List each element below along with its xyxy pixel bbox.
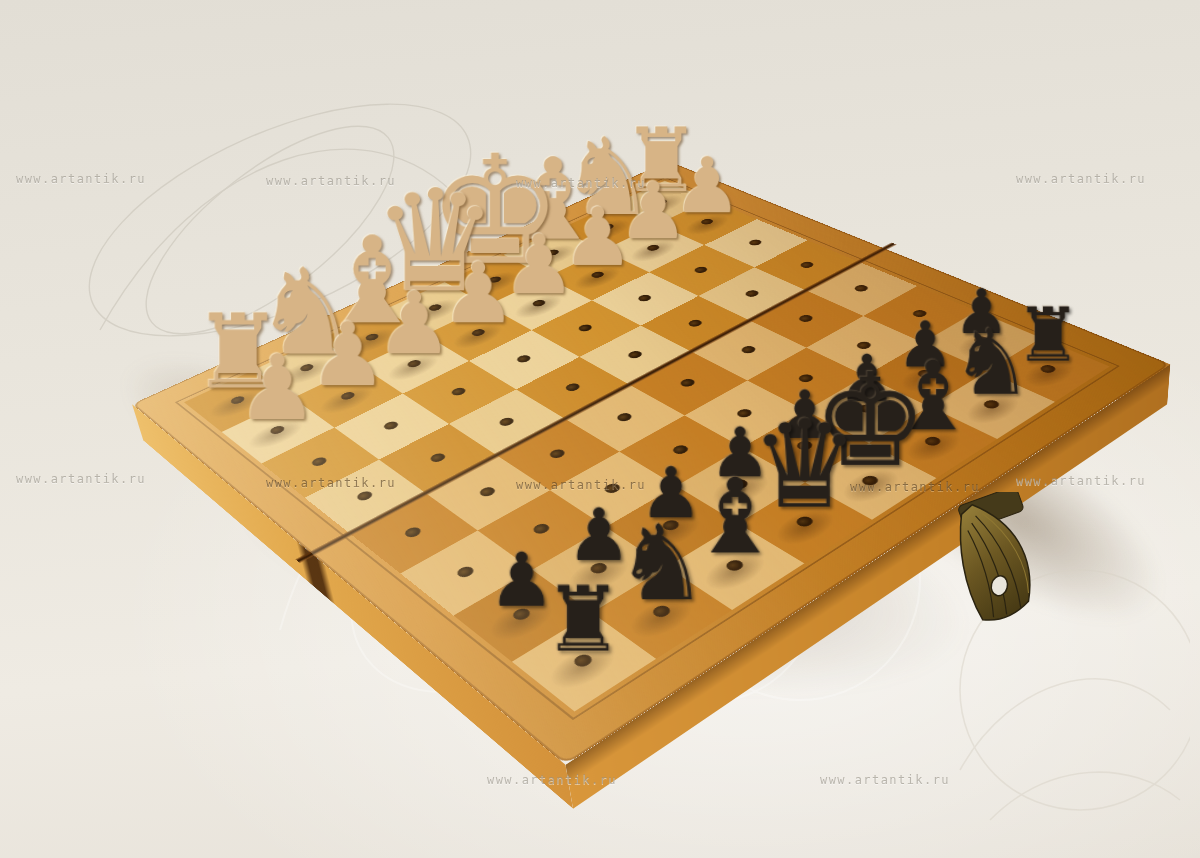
frame-incised-line [175,177,1120,720]
watermark-url: www.artantik.ru [16,472,146,486]
watermark-url: www.artantik.ru [16,172,146,186]
watermark-url: www.artantik.ru [820,773,950,787]
board-top-surface: ♜♞♝♛♚♝♞♜♟♟♟♟♟♟♟♟♟♟♟♟♟♟♟♟♜♞♝♛♚♝♞♜ [132,161,1170,765]
watermark-swirl-icon [930,540,1190,840]
chess-board: ♜♞♝♛♚♝♞♜♟♟♟♟♟♟♟♟♟♟♟♟♟♟♟♟♜♞♝♛♚♝♞♜ [132,161,1170,765]
white-rook: ♜ [570,0,753,202]
watermark-url: www.artantik.ru [266,174,396,188]
watermark-url: www.artantik.ru [1016,172,1146,186]
photo-scene: ♜♞♝♛♚♝♞♜♟♟♟♟♟♟♟♟♟♟♟♟♟♟♟♟♜♞♝♛♚♝♞♜ www.art… [0,0,1200,858]
